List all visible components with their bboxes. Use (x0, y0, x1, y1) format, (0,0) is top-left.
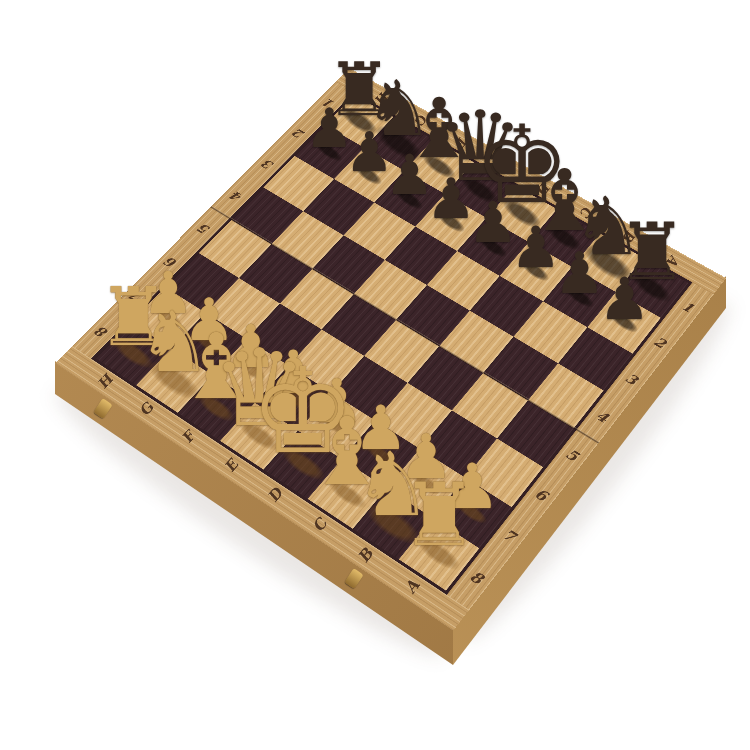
piece-dark-pawn-a2[interactable]: ♟ (598, 269, 650, 327)
piece-light-rook-a8[interactable]: ♜ (400, 472, 478, 559)
photo-scene: AA88BB77CC66DD55EE44FF33GG22HH11 ♜♞♝♚♛♝♞… (0, 0, 750, 750)
